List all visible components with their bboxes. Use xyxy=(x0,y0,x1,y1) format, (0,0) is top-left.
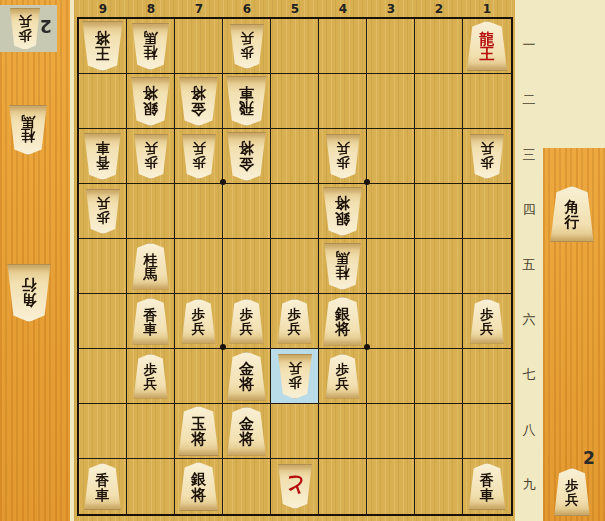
piece-silver-sente[interactable]: 銀将 xyxy=(322,297,363,346)
piece-silver-sente[interactable]: 銀将 xyxy=(178,462,219,511)
square-2六[interactable] xyxy=(415,294,463,349)
square-6七[interactable]: 金将 xyxy=(223,349,271,404)
square-7一[interactable] xyxy=(175,19,223,74)
square-8四[interactable] xyxy=(127,184,175,239)
square-8六[interactable]: 香車 xyxy=(127,294,175,349)
rank-labels: 一二三四五六七八九 xyxy=(516,17,542,512)
file-label-5: 5 xyxy=(271,0,319,17)
rank-label-1: 一 xyxy=(516,17,542,72)
gote-hand-slot-bishop: 角行 xyxy=(6,264,52,322)
square-1三[interactable]: 歩兵 xyxy=(463,129,511,184)
piece-kanji: 銀将 xyxy=(143,85,158,118)
piece-pawn-gote[interactable]: 歩兵 xyxy=(9,8,41,50)
square-6九[interactable] xyxy=(223,459,271,514)
square-6一[interactable]: 歩兵 xyxy=(223,19,271,74)
piece-dragon-sente[interactable]: 龍王 xyxy=(466,21,509,71)
piece-kanji: 歩兵 xyxy=(96,196,110,226)
square-2七[interactable] xyxy=(415,349,463,404)
piece-king-gote[interactable]: 王将 xyxy=(81,21,124,71)
piece-knight-gote[interactable]: 桂馬 xyxy=(131,23,170,70)
rank-label-9: 九 xyxy=(516,457,542,512)
piece-kanji: 香車 xyxy=(96,141,110,172)
square-4八[interactable] xyxy=(319,404,367,459)
square-9三[interactable]: 香車 xyxy=(79,129,127,184)
piece-lance-sente[interactable]: 香車 xyxy=(131,298,170,345)
piece-kanji: 歩兵 xyxy=(480,141,494,171)
board-grid: 王将桂馬歩兵龍王銀将金将飛車香車歩兵歩兵金将歩兵歩兵歩兵銀将桂馬桂馬香車歩兵歩兵… xyxy=(77,17,513,516)
square-7三[interactable]: 歩兵 xyxy=(175,129,223,184)
file-label-3: 3 xyxy=(367,0,415,17)
square-2八[interactable] xyxy=(415,404,463,459)
file-label-6: 6 xyxy=(223,0,271,17)
piece-pawn-gote[interactable]: 歩兵 xyxy=(133,134,169,179)
square-7八[interactable]: 玉将 xyxy=(175,404,223,459)
piece-kanji: 玉将 xyxy=(191,415,206,448)
piece-pawn-gote[interactable]: 歩兵 xyxy=(469,134,505,179)
sente-hand-slot-pawn: 歩兵 xyxy=(553,468,591,516)
square-8一[interactable]: 桂馬 xyxy=(127,19,175,74)
square-1四[interactable] xyxy=(463,184,511,239)
file-label-2: 2 xyxy=(415,0,463,17)
square-3三[interactable] xyxy=(367,129,415,184)
square-7九[interactable]: 銀将 xyxy=(175,459,223,514)
square-6四[interactable] xyxy=(223,184,271,239)
square-5九[interactable]: と xyxy=(271,459,319,514)
shogi-board: 987654321 王将桂馬歩兵龍王銀将金将飛車香車歩兵歩兵金将歩兵歩兵歩兵銀将… xyxy=(74,0,515,521)
square-8八[interactable] xyxy=(127,404,175,459)
piece-pawn-gote[interactable]: 歩兵 xyxy=(325,134,361,179)
piece-pawn-gote[interactable]: 歩兵 xyxy=(277,354,313,399)
piece-kanji: 歩兵 xyxy=(565,477,579,507)
square-2三[interactable] xyxy=(415,129,463,184)
piece-tokin-gote[interactable]: と xyxy=(277,464,313,509)
piece-pawn-gote[interactable]: 歩兵 xyxy=(229,24,265,69)
piece-kanji: 歩兵 xyxy=(18,14,32,44)
square-4九[interactable] xyxy=(319,459,367,514)
piece-gold-sente[interactable]: 金将 xyxy=(226,352,267,401)
square-3九[interactable] xyxy=(367,459,415,514)
rank-label-2: 二 xyxy=(516,72,542,127)
piece-kanji: 桂馬 xyxy=(144,31,158,62)
square-2一[interactable] xyxy=(415,19,463,74)
square-9七[interactable] xyxy=(79,349,127,404)
square-9五[interactable] xyxy=(79,239,127,294)
hoshi-dot xyxy=(220,344,226,350)
square-6五[interactable] xyxy=(223,239,271,294)
square-3四[interactable] xyxy=(367,184,415,239)
piece-knight-gote[interactable]: 桂馬 xyxy=(8,105,48,155)
square-9六[interactable] xyxy=(79,294,127,349)
square-6三[interactable]: 金将 xyxy=(223,129,271,184)
square-8九[interactable] xyxy=(127,459,175,514)
rank-label-5: 五 xyxy=(516,237,542,292)
piece-kanji: 桂馬 xyxy=(21,115,35,146)
rank-label-3: 三 xyxy=(516,127,542,182)
square-5二[interactable] xyxy=(271,74,319,129)
square-6六[interactable]: 歩兵 xyxy=(223,294,271,349)
piece-knight-gote[interactable]: 桂馬 xyxy=(323,243,362,290)
piece-pawn-sente[interactable]: 歩兵 xyxy=(469,299,505,344)
file-label-8: 8 xyxy=(127,0,175,17)
rank-label-7: 七 xyxy=(516,347,542,402)
piece-silver-gote[interactable]: 銀将 xyxy=(322,187,363,236)
piece-pawn-sente[interactable]: 歩兵 xyxy=(553,468,591,516)
square-3七[interactable] xyxy=(367,349,415,404)
piece-kanji: 桂馬 xyxy=(336,251,350,282)
square-4七[interactable]: 歩兵 xyxy=(319,349,367,404)
piece-kanji: 王将 xyxy=(95,30,110,63)
square-9一[interactable]: 王将 xyxy=(79,19,127,74)
piece-kanji: 銀将 xyxy=(335,195,350,228)
piece-kanji: 歩兵 xyxy=(192,306,206,336)
gote-hand-slot-pawn: 歩兵 xyxy=(9,8,41,50)
piece-kanji: 角行 xyxy=(565,198,580,231)
piece-kanji: 角行 xyxy=(22,277,37,310)
shogi-app: 歩兵2桂馬角行 987654321 王将桂馬歩兵龍王銀将金将飛車香車歩兵歩兵金将… xyxy=(0,0,605,521)
square-4四[interactable]: 銀将 xyxy=(319,184,367,239)
square-5五[interactable] xyxy=(271,239,319,294)
square-4一[interactable] xyxy=(319,19,367,74)
piece-kanji: 歩兵 xyxy=(288,361,302,391)
square-1八[interactable] xyxy=(463,404,511,459)
square-1六[interactable]: 歩兵 xyxy=(463,294,511,349)
file-label-9: 9 xyxy=(79,0,127,17)
piece-king-sente[interactable]: 玉将 xyxy=(177,406,220,456)
piece-kanji: 歩兵 xyxy=(240,31,254,61)
piece-bishop-gote[interactable]: 角行 xyxy=(6,264,52,322)
square-4六[interactable]: 銀将 xyxy=(319,294,367,349)
square-8七[interactable]: 歩兵 xyxy=(127,349,175,404)
square-7五[interactable] xyxy=(175,239,223,294)
square-9八[interactable] xyxy=(79,404,127,459)
piece-gold-sente[interactable]: 金将 xyxy=(226,407,267,456)
gote-hand-count-pawn: 2 xyxy=(40,16,52,36)
square-7四[interactable] xyxy=(175,184,223,239)
square-9二[interactable] xyxy=(79,74,127,129)
piece-kanji: 歩兵 xyxy=(336,141,350,171)
piece-kanji: 歩兵 xyxy=(480,306,494,336)
piece-pawn-gote[interactable]: 歩兵 xyxy=(181,134,217,179)
square-4五[interactable]: 桂馬 xyxy=(319,239,367,294)
square-2二[interactable] xyxy=(415,74,463,129)
hoshi-dot xyxy=(220,179,226,185)
square-3二[interactable] xyxy=(367,74,415,129)
square-9四[interactable]: 歩兵 xyxy=(79,184,127,239)
piece-silver-gote[interactable]: 銀将 xyxy=(130,77,171,126)
square-2九[interactable] xyxy=(415,459,463,514)
piece-kanji: 金将 xyxy=(239,140,254,173)
file-label-1: 1 xyxy=(463,0,511,17)
square-1九[interactable]: 香車 xyxy=(463,459,511,514)
piece-kanji: 歩兵 xyxy=(240,306,254,336)
piece-kanji: 歩兵 xyxy=(288,306,302,336)
piece-kanji: 歩兵 xyxy=(144,361,158,391)
piece-pawn-sente[interactable]: 歩兵 xyxy=(277,299,313,344)
piece-kanji: 金将 xyxy=(239,360,254,393)
piece-lance-sente[interactable]: 香車 xyxy=(83,463,122,510)
square-1七[interactable] xyxy=(463,349,511,404)
square-5七[interactable]: 歩兵 xyxy=(271,349,319,404)
file-labels: 987654321 xyxy=(79,0,511,17)
piece-pawn-gote[interactable]: 歩兵 xyxy=(85,189,121,234)
piece-kanji: 龍王 xyxy=(480,30,495,63)
square-5六[interactable]: 歩兵 xyxy=(271,294,319,349)
gote-captured-tray: 歩兵2桂馬角行 xyxy=(0,0,70,521)
square-1五[interactable] xyxy=(463,239,511,294)
square-2四[interactable] xyxy=(415,184,463,239)
piece-kanji: 歩兵 xyxy=(144,141,158,171)
piece-kanji: 銀将 xyxy=(335,305,350,338)
square-8五[interactable]: 桂馬 xyxy=(127,239,175,294)
square-5一[interactable] xyxy=(271,19,319,74)
piece-pawn-sente[interactable]: 歩兵 xyxy=(229,299,265,344)
square-8三[interactable]: 歩兵 xyxy=(127,129,175,184)
file-label-7: 7 xyxy=(175,0,223,17)
piece-kanji: 歩兵 xyxy=(192,141,206,171)
sente-hand-slot-bishop: 角行 xyxy=(549,186,595,242)
square-5八[interactable] xyxy=(271,404,319,459)
square-5三[interactable] xyxy=(271,129,319,184)
square-3六[interactable] xyxy=(367,294,415,349)
square-1二[interactable] xyxy=(463,74,511,129)
piece-lance-sente[interactable]: 香車 xyxy=(468,463,507,510)
piece-pawn-sente[interactable]: 歩兵 xyxy=(181,299,217,344)
square-7七[interactable] xyxy=(175,349,223,404)
piece-gold-gote[interactable]: 金将 xyxy=(178,77,219,126)
sente-hand-count-pawn: 2 xyxy=(583,448,595,468)
piece-kanji: 香車 xyxy=(96,471,110,502)
sente-captured-tray: 角行歩兵2 xyxy=(543,148,605,521)
rank-label-6: 六 xyxy=(516,292,542,347)
piece-gold-gote[interactable]: 金将 xyxy=(226,132,267,181)
square-7二[interactable]: 金将 xyxy=(175,74,223,129)
square-2五[interactable] xyxy=(415,239,463,294)
piece-kanji: 桂馬 xyxy=(144,251,158,282)
square-7六[interactable]: 歩兵 xyxy=(175,294,223,349)
piece-rook-gote[interactable]: 飛車 xyxy=(225,76,268,126)
piece-knight-sente[interactable]: 桂馬 xyxy=(131,243,170,290)
piece-kanji: 香車 xyxy=(480,471,494,502)
hoshi-dot xyxy=(364,344,370,350)
rank-label-8: 八 xyxy=(516,402,542,457)
hoshi-dot xyxy=(364,179,370,185)
piece-pawn-sente[interactable]: 歩兵 xyxy=(133,354,169,399)
piece-kanji: 銀将 xyxy=(191,470,206,503)
square-4三[interactable]: 歩兵 xyxy=(319,129,367,184)
piece-pawn-sente[interactable]: 歩兵 xyxy=(325,354,361,399)
piece-kanji: と xyxy=(284,475,306,498)
square-6八[interactable]: 金将 xyxy=(223,404,271,459)
piece-kanji: 歩兵 xyxy=(336,361,350,391)
square-9九[interactable]: 香車 xyxy=(79,459,127,514)
square-6二[interactable]: 飛車 xyxy=(223,74,271,129)
rank-label-4: 四 xyxy=(516,182,542,237)
square-1一[interactable]: 龍王 xyxy=(463,19,511,74)
file-label-4: 4 xyxy=(319,0,367,17)
piece-kanji: 香車 xyxy=(144,306,158,337)
piece-bishop-sente[interactable]: 角行 xyxy=(549,186,595,242)
square-3五[interactable] xyxy=(367,239,415,294)
square-3一[interactable] xyxy=(367,19,415,74)
square-3八[interactable] xyxy=(367,404,415,459)
piece-kanji: 金将 xyxy=(239,415,254,448)
gote-hand-slot-knight: 桂馬 xyxy=(8,105,48,155)
piece-kanji: 金将 xyxy=(191,85,206,118)
piece-kanji: 飛車 xyxy=(239,85,254,118)
square-4二[interactable] xyxy=(319,74,367,129)
piece-lance-gote[interactable]: 香車 xyxy=(83,133,122,180)
square-5四[interactable] xyxy=(271,184,319,239)
square-8二[interactable]: 銀将 xyxy=(127,74,175,129)
